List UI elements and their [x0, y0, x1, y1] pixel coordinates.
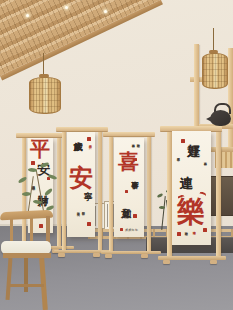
chair-arm-post [46, 216, 50, 244]
tea-kettle [210, 110, 231, 126]
red-seal-stamp [87, 137, 91, 141]
bottom-blessing-column: 皆得所願 [81, 209, 84, 225]
bottom-blessing-column: 諸事順遂 [184, 229, 187, 243]
side-blessing-column: 吉星高照 [176, 155, 179, 171]
calligraphy-main-char: 平 [30, 139, 50, 159]
red-seal-stamp [31, 161, 35, 165]
calligraphy-second-char: 寧 [84, 193, 93, 202]
calligraphy-banner-le: 好運 吉星高照 萬事如意 連連 樂 諸事順遂 好運連連 [172, 131, 211, 245]
chair-stretcher [10, 284, 44, 287]
calligraphy-main-char: 喜 [118, 151, 139, 172]
bottom-blessing-column: 順遂無虞 [76, 209, 79, 225]
lantern-cord [213, 28, 214, 52]
red-seal-stamp [87, 222, 91, 226]
chair-spindle [10, 219, 13, 243]
accent-blessing-column: 歲歲平安 [88, 143, 91, 157]
calligraphy-mid-column: 事事皆 [131, 175, 139, 201]
shelf-post [228, 48, 233, 152]
red-seal-stamp [181, 139, 185, 143]
calligraphy-mid-chars: 連連 [180, 165, 193, 195]
calligraphy-lower-chars: 如意 [121, 200, 131, 222]
red-seal-stamp [203, 228, 207, 232]
calligraphy-main-char: 樂 [177, 198, 205, 226]
red-seal-stamp [125, 190, 128, 193]
red-seal-stamp [39, 224, 43, 228]
room-photo: 平 安 順風順水順 財神 歲歲常 歲歲平安 安 寧 順遂無虞 皆得所願 [0, 0, 233, 310]
ceiling-downlight [65, 6, 68, 9]
rattan-lantern [202, 53, 228, 89]
calligraphy-banner-sui-sui-chang-an: 歲歲常 歲歲平安 安 寧 順遂無虞 皆得所願 [67, 132, 95, 237]
bottom-blessing-row: 歲歲年年 [125, 228, 138, 232]
accent-blessing-column: 好運連連 [192, 229, 195, 243]
ceiling-downlight [26, 14, 29, 17]
side-blessing-column: 萬事如意 [203, 159, 206, 175]
red-seal-stamp [177, 232, 181, 236]
calligraphy-banner-xi: 萬事勝意 諸事順遂 喜 事事皆 如意 歲歲年年 [114, 138, 144, 237]
red-seal-stamp [133, 214, 137, 218]
calligraphy-top-chars: 好運 [187, 134, 200, 164]
calligraphy-main-char: 安 [69, 166, 93, 190]
red-seal-stamp [120, 228, 123, 231]
ceiling-downlight [104, 10, 107, 13]
rattan-lantern [29, 77, 61, 114]
chair-spindle [30, 218, 33, 242]
